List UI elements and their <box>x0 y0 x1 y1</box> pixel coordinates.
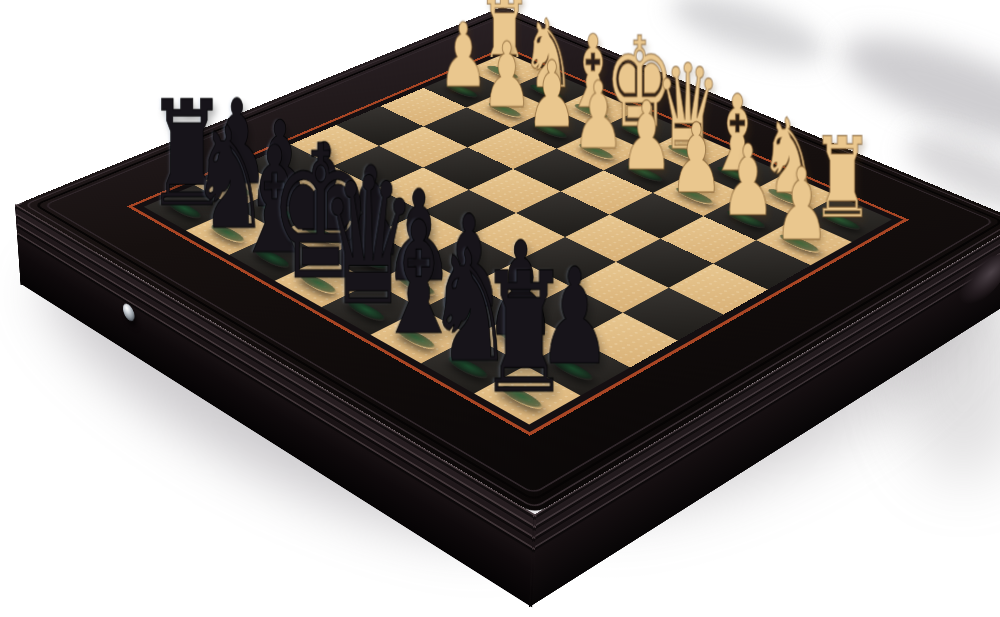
chess-board: ♜♞♝♚♛♝♞♜♟♟♟♟♟♟♟♟♟♟♟♟♟♟♟♟♜♞♝♚♛♝♞♜ <box>144 53 892 425</box>
square-h1[interactable]: ♜ <box>465 53 548 89</box>
board-red-inlay-frame: ♜♞♝♚♛♝♞♜♟♟♟♟♟♟♟♟♟♟♟♟♟♟♟♟♜♞♝♚♛♝♞♜ <box>127 47 909 436</box>
piece-white-pawn-a2[interactable]: ♟ <box>732 154 871 254</box>
square-h2[interactable]: ♟ <box>424 70 509 107</box>
felt-base-shadow <box>485 101 526 119</box>
piece-white-pawn-e2[interactable]: ♟ <box>533 69 663 162</box>
piece-white-pawn-f2[interactable]: ♟ <box>488 49 616 141</box>
square-d3[interactable] <box>561 170 653 214</box>
square-e3[interactable] <box>513 149 603 192</box>
product-photo-stage: ♜♞♝♚♛♝♞♜♟♟♟♟♟♟♟♟♟♟♟♟♟♟♟♟♜♞♝♚♛♝♞♜ <box>0 0 1000 617</box>
felt-base-shadow <box>617 122 660 141</box>
felt-base-shadow <box>575 142 618 162</box>
felt-base-shadow <box>442 81 482 99</box>
square-g1[interactable]: ♞ <box>508 71 593 108</box>
scene-3d: ♜♞♝♚♛♝♞♜♟♟♟♟♟♟♟♟♟♟♟♟♟♟♟♟♜♞♝♚♛♝♞♜ <box>0 0 1000 617</box>
square-f1[interactable]: ♝ <box>553 90 639 129</box>
finger-scoop-cutout <box>956 245 1000 317</box>
square-g3[interactable] <box>423 107 510 147</box>
square-f2[interactable]: ♟ <box>511 109 599 149</box>
chess-case: ♜♞♝♚♛♝♞♜♟♟♟♟♟♟♟♟♟♟♟♟♟♟♟♟♜♞♝♚♛♝♞♜ <box>16 6 1000 514</box>
square-f3[interactable] <box>468 128 557 169</box>
felt-base-shadow <box>526 83 567 101</box>
piece-white-pawn-h2[interactable]: ♟ <box>402 11 526 100</box>
piece-white-king-e1[interactable]: ♚ <box>576 21 704 146</box>
felt-base-shadow <box>623 163 667 183</box>
square-h3[interactable] <box>381 88 467 127</box>
piece-white-pawn-g2[interactable]: ♟ <box>444 30 570 120</box>
finger-scoop-cutout <box>31 191 99 259</box>
felt-base-shadow <box>571 102 613 121</box>
felt-base-shadow <box>483 64 523 81</box>
square-a8[interactable]: ♜ <box>474 366 580 425</box>
drawer-knob <box>123 301 135 324</box>
square-g2[interactable]: ♟ <box>466 89 552 128</box>
piece-white-rook-h1[interactable]: ♜ <box>444 0 566 84</box>
square-e2[interactable]: ♟ <box>556 129 645 170</box>
square-e1[interactable]: ♚ <box>598 110 686 150</box>
piece-white-bishop-f1[interactable]: ♝ <box>530 22 656 123</box>
felt-base-shadow <box>529 121 571 140</box>
piece-black-rook-a8[interactable]: ♜ <box>447 250 602 416</box>
piece-white-knight-g1[interactable]: ♞ <box>486 7 610 102</box>
